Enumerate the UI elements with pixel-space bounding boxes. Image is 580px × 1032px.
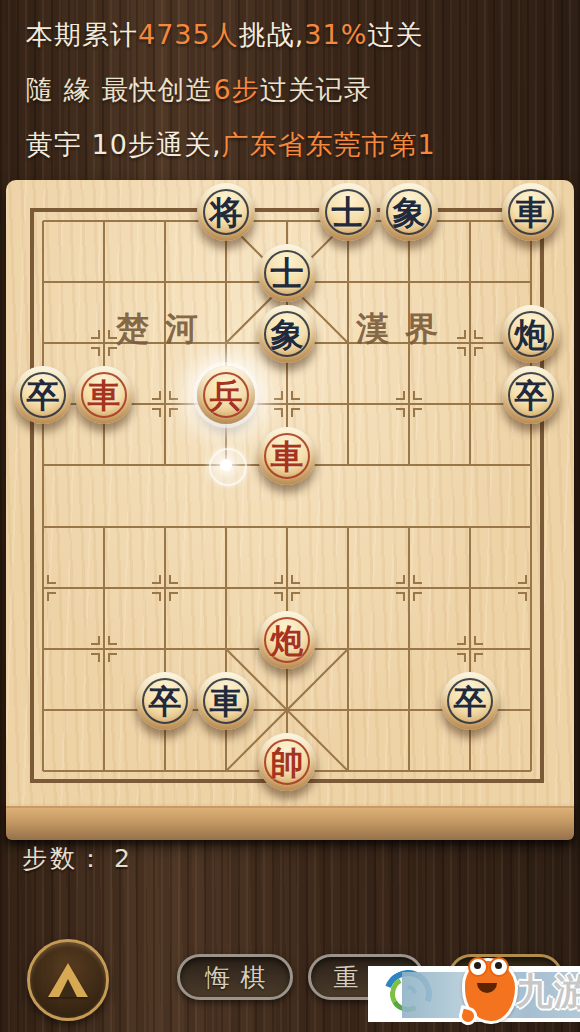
undo-move-button[interactable]: 悔棋 xyxy=(177,954,293,1000)
pieces-layer: 将士象車士象炮卒車兵卒車炮卒車卒帥 xyxy=(0,0,580,1032)
piece-red-炮[interactable]: 炮 xyxy=(258,611,316,669)
piece-black-象[interactable]: 象 xyxy=(258,305,316,363)
piece-black-士[interactable]: 士 xyxy=(258,244,316,302)
piece-red-車[interactable]: 車 xyxy=(75,366,133,424)
piece-black-卒[interactable]: 卒 xyxy=(441,672,499,730)
piece-black-卒[interactable]: 卒 xyxy=(502,366,560,424)
chevron-up-icon xyxy=(48,963,88,997)
collapse-menu-button[interactable] xyxy=(27,939,109,1021)
piece-black-将[interactable]: 将 xyxy=(197,183,255,241)
piece-red-帥[interactable]: 帥 xyxy=(258,733,316,791)
piece-black-車[interactable]: 車 xyxy=(502,183,560,241)
piece-black-象[interactable]: 象 xyxy=(380,183,438,241)
piece-black-卒[interactable]: 卒 xyxy=(136,672,194,730)
mascot-icon xyxy=(462,958,518,1024)
piece-red-兵[interactable]: 兵 xyxy=(197,366,255,424)
piece-black-炮[interactable]: 炮 xyxy=(502,305,560,363)
piece-black-車[interactable]: 車 xyxy=(197,672,255,730)
watermark-brand-text: 九游 xyxy=(516,967,580,1017)
piece-black-士[interactable]: 士 xyxy=(319,183,377,241)
piece-black-卒[interactable]: 卒 xyxy=(14,366,72,424)
game-screen: 本期累计4735人挑战,31%过关 隨 緣最快创造6步过关记录 黄宇 10步通关… xyxy=(0,0,580,1032)
piece-red-車[interactable]: 車 xyxy=(258,427,316,485)
